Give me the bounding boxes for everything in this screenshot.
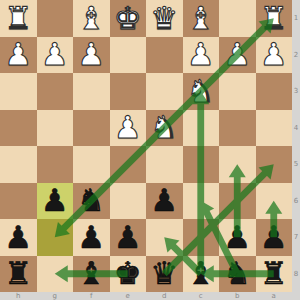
- piece-black-pawn-e7[interactable]: ♟: [114, 222, 142, 253]
- square-f8[interactable]: ♝: [73, 256, 110, 293]
- square-h7[interactable]: ♟: [0, 219, 37, 256]
- square-c8[interactable]: ♝: [183, 256, 220, 293]
- piece-black-rook-a8[interactable]: ♜: [260, 258, 288, 289]
- piece-black-bishop-c8[interactable]: ♝: [187, 258, 215, 289]
- rank-label-1: 1: [292, 0, 300, 37]
- piece-black-rook-h8[interactable]: ♜: [4, 258, 32, 289]
- file-label-g: g: [37, 292, 74, 300]
- square-f1[interactable]: ♝: [73, 0, 110, 37]
- rank-labels: 12345678: [292, 0, 300, 300]
- file-label-a: a: [256, 292, 293, 300]
- file-labels: hgfedcba: [0, 292, 292, 300]
- square-g2[interactable]: ♟: [37, 37, 74, 74]
- square-e5[interactable]: [110, 146, 147, 183]
- piece-black-knight-b8[interactable]: ♞: [223, 258, 251, 289]
- rank-label-5: 5: [292, 146, 300, 183]
- square-c5[interactable]: [183, 146, 220, 183]
- square-b3[interactable]: [219, 73, 256, 110]
- square-a1[interactable]: ♜: [256, 0, 293, 37]
- rank-label-2: 2: [292, 37, 300, 74]
- square-b2[interactable]: ♟: [219, 37, 256, 74]
- rank-label-6: 6: [292, 183, 300, 220]
- square-g7[interactable]: [37, 219, 74, 256]
- square-d8[interactable]: ♛: [146, 256, 183, 293]
- square-c6[interactable]: [183, 183, 220, 220]
- square-h1[interactable]: ♜: [0, 0, 37, 37]
- square-b4[interactable]: [219, 110, 256, 147]
- square-a7[interactable]: ♟: [256, 219, 293, 256]
- piece-black-pawn-a7[interactable]: ♟: [260, 222, 288, 253]
- piece-white-queen-d1[interactable]: ♛: [150, 3, 178, 34]
- chess-board[interactable]: ♜♝♚♛♝♜♟♟♟♟♟♟♞♟♞♟♞♟♟♟♟♟♟♜♝♚♛♝♞♜: [0, 0, 292, 292]
- square-b7[interactable]: ♟: [219, 219, 256, 256]
- square-d4[interactable]: ♞: [146, 110, 183, 147]
- square-h3[interactable]: [0, 73, 37, 110]
- square-g5[interactable]: [37, 146, 74, 183]
- piece-white-bishop-c1[interactable]: ♝: [187, 3, 215, 34]
- square-g3[interactable]: [37, 73, 74, 110]
- square-d7[interactable]: [146, 219, 183, 256]
- square-d5[interactable]: [146, 146, 183, 183]
- file-label-e: e: [110, 292, 147, 300]
- square-e3[interactable]: [110, 73, 147, 110]
- square-c3[interactable]: ♞: [183, 73, 220, 110]
- file-label-d: d: [146, 292, 183, 300]
- square-g6[interactable]: ♟: [37, 183, 74, 220]
- rank-label-4: 4: [292, 110, 300, 147]
- square-d2[interactable]: [146, 37, 183, 74]
- square-c4[interactable]: [183, 110, 220, 147]
- piece-black-king-e8[interactable]: ♚: [114, 258, 142, 289]
- file-label-h: h: [0, 292, 37, 300]
- square-b1[interactable]: [219, 0, 256, 37]
- piece-white-pawn-a2[interactable]: ♟: [260, 39, 288, 70]
- square-f5[interactable]: [73, 146, 110, 183]
- piece-white-pawn-c2[interactable]: ♟: [187, 39, 215, 70]
- piece-white-king-e1[interactable]: ♚: [114, 3, 142, 34]
- square-d6[interactable]: ♟: [146, 183, 183, 220]
- square-a3[interactable]: [256, 73, 293, 110]
- square-b6[interactable]: [219, 183, 256, 220]
- piece-black-knight-f6[interactable]: ♞: [77, 185, 105, 216]
- piece-white-pawn-f2[interactable]: ♟: [77, 39, 105, 70]
- square-f2[interactable]: ♟: [73, 37, 110, 74]
- square-g4[interactable]: [37, 110, 74, 147]
- square-e4[interactable]: ♟: [110, 110, 147, 147]
- square-f6[interactable]: ♞: [73, 183, 110, 220]
- file-label-b: b: [219, 292, 256, 300]
- file-label-f: f: [73, 292, 110, 300]
- square-a6[interactable]: [256, 183, 293, 220]
- piece-white-bishop-f1[interactable]: ♝: [77, 3, 105, 34]
- piece-white-pawn-g2[interactable]: ♟: [41, 39, 69, 70]
- square-f3[interactable]: [73, 73, 110, 110]
- square-d3[interactable]: [146, 73, 183, 110]
- rank-label-8: 8: [292, 256, 300, 293]
- square-h4[interactable]: [0, 110, 37, 147]
- square-g8[interactable]: [37, 256, 74, 293]
- piece-white-knight-c3[interactable]: ♞: [187, 76, 215, 107]
- square-e8[interactable]: ♚: [110, 256, 147, 293]
- rank-label-7: 7: [292, 219, 300, 256]
- square-c1[interactable]: ♝: [183, 0, 220, 37]
- piece-white-pawn-b2[interactable]: ♟: [223, 39, 251, 70]
- piece-black-queen-d8[interactable]: ♛: [150, 258, 178, 289]
- rank-label-3: 3: [292, 73, 300, 110]
- square-h5[interactable]: [0, 146, 37, 183]
- square-e1[interactable]: ♚: [110, 0, 147, 37]
- piece-white-knight-d4[interactable]: ♞: [150, 112, 178, 143]
- square-c7[interactable]: [183, 219, 220, 256]
- square-e7[interactable]: ♟: [110, 219, 147, 256]
- square-h8[interactable]: ♜: [0, 256, 37, 293]
- square-g1[interactable]: [37, 0, 74, 37]
- square-a2[interactable]: ♟: [256, 37, 293, 74]
- square-a8[interactable]: ♜: [256, 256, 293, 293]
- piece-black-pawn-b7[interactable]: ♟: [223, 222, 251, 253]
- piece-black-bishop-f8[interactable]: ♝: [77, 258, 105, 289]
- square-f4[interactable]: [73, 110, 110, 147]
- square-h2[interactable]: ♟: [0, 37, 37, 74]
- piece-white-rook-h1[interactable]: ♜: [4, 3, 32, 34]
- file-label-c: c: [183, 292, 220, 300]
- square-e2[interactable]: [110, 37, 147, 74]
- square-h6[interactable]: [0, 183, 37, 220]
- piece-black-pawn-f7[interactable]: ♟: [77, 222, 105, 253]
- square-d1[interactable]: ♛: [146, 0, 183, 37]
- piece-black-pawn-h7[interactable]: ♟: [4, 222, 32, 253]
- piece-white-pawn-h2[interactable]: ♟: [4, 39, 32, 70]
- piece-black-pawn-g6[interactable]: ♟: [41, 185, 69, 216]
- chess-board-screenshot: ♜♝♚♛♝♜♟♟♟♟♟♟♞♟♞♟♞♟♟♟♟♟♟♜♝♚♛♝♞♜ 12345678 …: [0, 0, 300, 300]
- square-a4[interactable]: [256, 110, 293, 147]
- square-c2[interactable]: ♟: [183, 37, 220, 74]
- square-a5[interactable]: [256, 146, 293, 183]
- piece-white-pawn-e4[interactable]: ♟: [114, 112, 142, 143]
- square-f7[interactable]: ♟: [73, 219, 110, 256]
- square-b5[interactable]: [219, 146, 256, 183]
- piece-black-pawn-d6[interactable]: ♟: [150, 185, 178, 216]
- square-b8[interactable]: ♞: [219, 256, 256, 293]
- piece-white-rook-a1[interactable]: ♜: [260, 3, 288, 34]
- square-e6[interactable]: [110, 183, 147, 220]
